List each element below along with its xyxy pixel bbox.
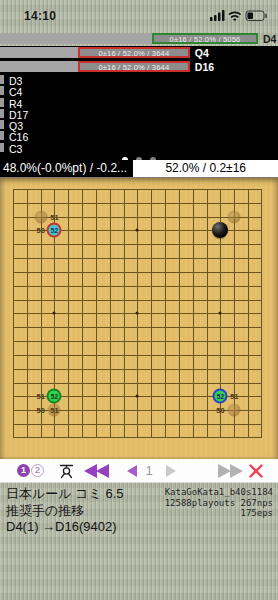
recommendation-title: 推奨手の推移 xyxy=(6,503,124,520)
cellular-icon xyxy=(210,10,225,21)
engine-playouts: 12588playouts 267nps xyxy=(165,498,273,509)
app-screen: 14:10 0±16 / 52.0% / 5056D4 0±16 / 52.0%… xyxy=(0,0,278,600)
visits-bar xyxy=(0,98,4,107)
move-row-Q3[interactable]: Q3 xyxy=(0,119,278,130)
white-winrate-text: 52.0% / 0.2±16 xyxy=(133,160,278,177)
visits-bar xyxy=(0,109,4,118)
engine-eps: 175eps xyxy=(165,508,273,519)
visits-bar xyxy=(0,131,4,140)
candidate-stone-D4[interactable]: 52 xyxy=(47,389,62,404)
page-dots[interactable] xyxy=(0,149,278,159)
winrate-label-D3: 51 xyxy=(50,406,58,415)
ghost-stone-C17 xyxy=(34,210,47,223)
fast-forward-button[interactable] xyxy=(218,464,243,478)
engine-name: KataGoKata1_b40s1184 xyxy=(165,487,273,498)
star-point xyxy=(136,229,139,232)
star-point xyxy=(136,312,139,315)
clock: 14:10 xyxy=(24,9,56,23)
previous-move-button[interactable] xyxy=(127,465,137,477)
info-footer: 日本ルール コミ 6.5 推奨手の推移 D4(1) →D16(9402) Kat… xyxy=(0,483,278,600)
best-move-row[interactable]: 0±16 / 52.0% / 5056D4 xyxy=(0,32,278,46)
move-row-R4[interactable]: R4 xyxy=(0,97,278,108)
star-point xyxy=(219,312,222,315)
black-stone-Q16 xyxy=(212,222,228,238)
move-row-D3[interactable]: D3 xyxy=(0,74,278,85)
move-number: 1 xyxy=(141,463,157,478)
winrate-label-C4: 51 xyxy=(36,392,44,401)
rules-line: 日本ルール コミ 6.5 xyxy=(6,486,124,503)
move-label: D4 xyxy=(263,33,276,45)
battery-icon xyxy=(246,11,267,21)
star-point xyxy=(53,312,56,315)
candidate-move-list: 0±16 / 52.0% / 3644Q40±16 / 52.0% / 3644… xyxy=(0,46,278,160)
move-row-C4[interactable]: C4 xyxy=(0,85,278,96)
move-row-D17[interactable]: D17 xyxy=(0,108,278,119)
move-stats: 0±16 / 52.0% / 3644 xyxy=(78,61,190,72)
winrate-bar: 48.0%(-0.0%pt) / -0.2... 52.0% / 0.2±16 xyxy=(0,160,278,177)
move-row-D4[interactable]: 0±16 / 52.0% / 5056D4 xyxy=(0,32,278,46)
wifi-icon xyxy=(230,12,241,19)
status-icons xyxy=(210,9,268,22)
ghost-stone-R3 xyxy=(228,404,241,417)
engine-info-text: KataGoKata1_b40s1184 12588playouts 267np… xyxy=(165,487,273,519)
go-board[interactable]: 52525251505150515150 xyxy=(0,177,278,459)
player-two-badge[interactable]: 2 xyxy=(31,464,44,477)
close-icon[interactable] xyxy=(248,463,264,479)
board-stand-icon[interactable] xyxy=(58,463,75,479)
candidate-stone-Q4[interactable]: 52 xyxy=(213,389,228,404)
candidate-stone-D16[interactable]: 52 xyxy=(47,223,62,238)
move-stats: 0±16 / 52.0% / 5056 xyxy=(152,33,258,44)
winrate-label-C16: 50 xyxy=(36,226,44,235)
control-bar: 1 2 1 xyxy=(0,459,278,483)
winrate-label-C3: 50 xyxy=(36,406,44,415)
move-row-Q4[interactable]: 0±16 / 52.0% / 3644Q4 xyxy=(0,46,278,60)
next-move-button[interactable] xyxy=(166,465,176,477)
move-label: Q4 xyxy=(195,47,209,59)
move-stats: 0±16 / 52.0% / 3644 xyxy=(78,47,190,58)
game-info-text: 日本ルール コミ 6.5 推奨手の推移 D4(1) →D16(9402) xyxy=(6,486,124,536)
winrate-label-D17: 51 xyxy=(50,212,58,221)
move-row-D16[interactable]: 0±16 / 52.0% / 3644D16 xyxy=(0,60,278,74)
visits-bar xyxy=(0,75,4,84)
visits-bar xyxy=(0,120,4,129)
move-row-C16[interactable]: C16 xyxy=(0,130,278,141)
move-label: D16 xyxy=(195,61,214,73)
status-bar: 14:10 xyxy=(0,0,278,32)
player-one-badge[interactable]: 1 xyxy=(17,464,30,477)
star-point xyxy=(136,395,139,398)
visits-bar xyxy=(0,86,4,95)
winrate-label-R4: 51 xyxy=(230,392,238,401)
rewind-button[interactable] xyxy=(84,464,109,478)
black-winrate-text: 48.0%(-0.0%pt) / -0.2... xyxy=(0,160,133,177)
recommendation-transition: D4(1) →D16(9402) xyxy=(6,519,124,536)
ghost-stone-R17 xyxy=(228,210,241,223)
winrate-label-Q3: 50 xyxy=(216,406,224,415)
